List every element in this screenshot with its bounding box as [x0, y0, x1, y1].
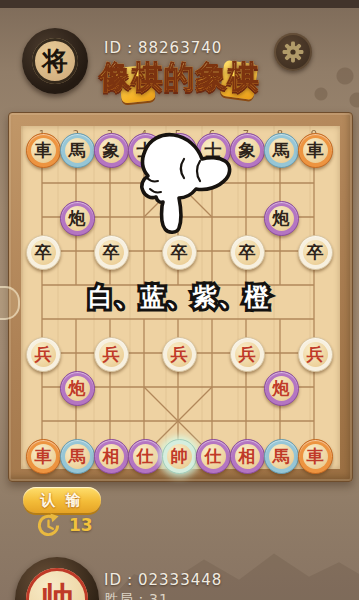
piece-char: 将 [171, 142, 188, 159]
undo-row: 13 [36, 512, 93, 538]
piece-face: 卒 [99, 240, 124, 265]
piece-face: 兵 [303, 342, 328, 367]
board-piece[interactable]: 卒 [26, 235, 61, 270]
board-piece[interactable]: 馬 [264, 439, 299, 474]
player-avatar-char: 帅 [40, 582, 74, 600]
piece-char: 兵 [307, 346, 324, 363]
player-wins: 胜局：31 [104, 591, 169, 600]
piece-char: 馬 [273, 142, 290, 159]
board-piece[interactable]: 炮 [264, 371, 299, 406]
piece-char: 馬 [273, 448, 290, 465]
player-id: ID：02333448 [104, 571, 222, 590]
piece-char: 兵 [35, 346, 52, 363]
board-piece[interactable]: 相 [94, 439, 129, 474]
piece-face: 兵 [31, 342, 56, 367]
board-piece[interactable]: 馬 [60, 133, 95, 168]
board-piece[interactable]: 車 [298, 439, 333, 474]
piece-char: 卒 [103, 244, 120, 261]
piece-char: 兵 [239, 346, 256, 363]
piece-face: 馬 [65, 444, 90, 469]
board-piece[interactable]: 馬 [60, 439, 95, 474]
board-piece[interactable]: 炮 [264, 201, 299, 236]
piece-face: 兵 [99, 342, 124, 367]
piece-char: 仕 [205, 448, 222, 465]
board-piece[interactable]: 帥 [162, 439, 197, 474]
undo-count: 13 [69, 515, 93, 535]
piece-face: 兵 [167, 342, 192, 367]
piece-char: 仕 [137, 448, 154, 465]
piece-char: 兵 [171, 346, 188, 363]
piece-face: 馬 [269, 138, 294, 163]
board-piece[interactable]: 卒 [162, 235, 197, 270]
board-piece[interactable]: 卒 [94, 235, 129, 270]
piece-char: 車 [35, 448, 52, 465]
piece-face: 象 [235, 138, 260, 163]
piece-face: 象 [99, 138, 124, 163]
piece-face: 馬 [269, 444, 294, 469]
resign-button[interactable]: 认 输 [23, 487, 101, 513]
board-piece[interactable]: 兵 [162, 337, 197, 372]
board-piece[interactable]: 仕 [196, 439, 231, 474]
piece-face: 車 [303, 138, 328, 163]
piece-face: 卒 [167, 240, 192, 265]
piece-char: 炮 [69, 380, 86, 397]
board-piece[interactable]: 車 [26, 133, 61, 168]
piece-char: 炮 [273, 210, 290, 227]
piece-char: 卒 [35, 244, 52, 261]
board-piece[interactable]: 兵 [230, 337, 265, 372]
piece-face: 将 [167, 138, 192, 163]
board-piece[interactable]: 兵 [26, 337, 61, 372]
piece-char: 車 [307, 142, 324, 159]
piece-char: 炮 [69, 210, 86, 227]
piece-char: 炮 [273, 380, 290, 397]
quiz-banner: 白、蓝、紫、橙 [0, 281, 359, 313]
board-piece[interactable]: 卒 [230, 235, 265, 270]
piece-char: 相 [103, 448, 120, 465]
piece-face: 炮 [269, 376, 294, 401]
piece-char: 象 [103, 142, 120, 159]
piece-char: 車 [307, 448, 324, 465]
board-piece[interactable]: 炮 [60, 201, 95, 236]
piece-face: 車 [31, 444, 56, 469]
board-piece[interactable]: 車 [298, 133, 333, 168]
piece-face: 相 [99, 444, 124, 469]
game-title-wrap: 像棋的象棋 [0, 56, 359, 98]
board-piece[interactable]: 卒 [298, 235, 333, 270]
game-screen: 将 ID：88263740 像棋的象棋 123456789九 [0, 0, 359, 600]
quiz-banner-text: 白、蓝、紫、橙 [89, 283, 271, 311]
piece-face: 士 [133, 138, 158, 163]
piece-char: 卒 [171, 244, 188, 261]
piece-face: 仕 [133, 444, 158, 469]
resign-button-label: 认 输 [40, 491, 83, 510]
piece-face: 卒 [303, 240, 328, 265]
board-piece[interactable]: 将 [162, 133, 197, 168]
piece-char: 車 [35, 142, 52, 159]
board-piece[interactable]: 士 [196, 133, 231, 168]
piece-face: 炮 [269, 206, 294, 231]
piece-face: 馬 [65, 138, 90, 163]
piece-face: 炮 [65, 376, 90, 401]
board-piece[interactable]: 仕 [128, 439, 163, 474]
piece-face: 兵 [235, 342, 260, 367]
status-bar-strip [0, 0, 359, 8]
board-piece[interactable]: 士 [128, 133, 163, 168]
piece-char: 卒 [307, 244, 324, 261]
piece-face: 仕 [201, 444, 226, 469]
board-piece[interactable]: 相 [230, 439, 265, 474]
piece-face: 士 [201, 138, 226, 163]
piece-char: 士 [137, 142, 154, 159]
piece-char: 帥 [171, 448, 188, 465]
board-piece[interactable]: 馬 [264, 133, 299, 168]
board-piece[interactable]: 象 [230, 133, 265, 168]
piece-char: 馬 [69, 448, 86, 465]
piece-face: 卒 [235, 240, 260, 265]
piece-face: 帥 [167, 444, 192, 469]
player-avatar-piece: 帅 [26, 568, 88, 600]
piece-face: 卒 [31, 240, 56, 265]
piece-char: 兵 [103, 346, 120, 363]
board-piece[interactable]: 象 [94, 133, 129, 168]
board-piece[interactable]: 炮 [60, 371, 95, 406]
board-piece[interactable]: 車 [26, 439, 61, 474]
piece-face: 車 [31, 138, 56, 163]
piece-face: 相 [235, 444, 260, 469]
piece-char: 卒 [239, 244, 256, 261]
history-clock-icon[interactable] [36, 513, 61, 538]
game-title: 像棋的象棋 [100, 56, 260, 98]
board-piece[interactable]: 兵 [298, 337, 333, 372]
piece-face: 炮 [65, 206, 90, 231]
player-avatar: 帅 [15, 557, 99, 600]
board-piece[interactable]: 兵 [94, 337, 129, 372]
piece-char: 士 [205, 142, 222, 159]
piece-char: 相 [239, 448, 256, 465]
piece-char: 馬 [69, 142, 86, 159]
piece-face: 車 [303, 444, 328, 469]
piece-char: 象 [239, 142, 256, 159]
